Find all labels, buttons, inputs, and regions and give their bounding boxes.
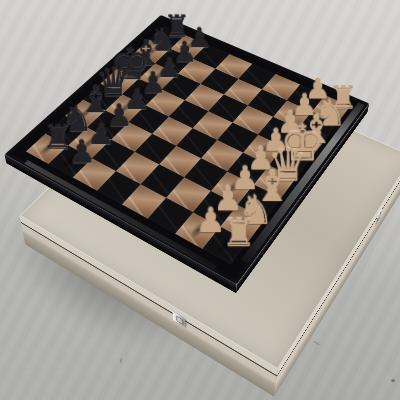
square-a7: ♟ xyxy=(49,146,92,178)
photo-scene: ♜♞♝♛♚♝♞♜♟♟♟♟♟♟♟♟♟♟♟♟♟♟♟♟♜♞♝♛♚♝♞♜ xyxy=(0,0,400,400)
latch-clasp-icon xyxy=(375,207,382,225)
scene-3d: ♜♞♝♛♚♝♞♜♟♟♟♟♟♟♟♟♟♟♟♟♟♟♟♟♜♞♝♛♚♝♞♜ xyxy=(0,0,400,400)
latch-clasp-icon xyxy=(173,311,186,327)
piece-black-pawn: ♟ xyxy=(53,136,110,167)
tilted-setup: ♜♞♝♛♚♝♞♜♟♟♟♟♟♟♟♟♟♟♟♟♟♟♟♟♜♞♝♛♚♝♞♜ xyxy=(0,44,400,392)
piece-white-rook: ♜ xyxy=(208,214,271,253)
